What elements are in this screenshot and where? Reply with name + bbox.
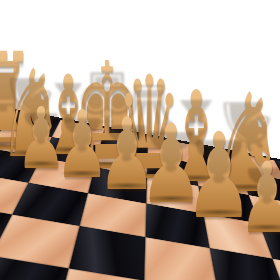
chess-product-photo: ♜ ♞ ♝ ♚ ♛ ♝ ♞ ♟ ♟ ♟ ♟ ♟ ♟	[0, 0, 280, 280]
piece-pawn-g7: ♟	[238, 149, 280, 247]
